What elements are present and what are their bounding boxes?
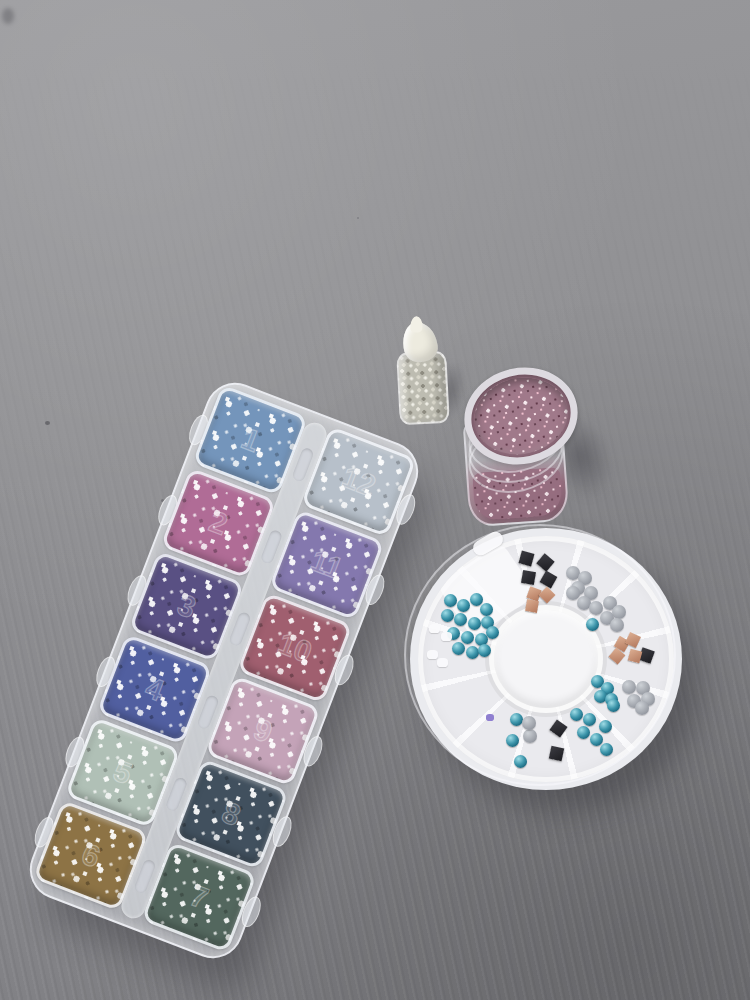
gem-gray bbox=[523, 729, 537, 743]
gem-teal bbox=[478, 644, 491, 657]
compartment-number: 7 bbox=[186, 880, 212, 914]
wheel-gems bbox=[418, 536, 674, 782]
dust-speck bbox=[357, 217, 359, 219]
gem-black bbox=[519, 551, 535, 567]
gem-teal bbox=[510, 713, 523, 726]
rhinestone-wheel bbox=[410, 528, 682, 790]
gem-rose bbox=[539, 587, 556, 604]
gem-teal bbox=[452, 642, 465, 655]
gem-gray bbox=[612, 605, 626, 619]
gem-teal bbox=[480, 603, 493, 616]
gem-teal bbox=[599, 720, 612, 733]
gem-white bbox=[427, 650, 438, 659]
gem-white bbox=[429, 624, 440, 633]
compartment-number: 3 bbox=[173, 589, 199, 623]
gem-teal bbox=[577, 726, 590, 739]
gem-teal bbox=[600, 743, 613, 756]
compartment-number: 12 bbox=[338, 462, 380, 502]
gem-teal bbox=[506, 734, 519, 747]
compartment-number: 4 bbox=[141, 672, 167, 706]
gem-gray bbox=[522, 716, 536, 730]
gem-teal bbox=[586, 618, 599, 631]
gem-white bbox=[437, 658, 448, 667]
gem-teal bbox=[514, 755, 527, 768]
gem-teal bbox=[583, 713, 596, 726]
gem-teal bbox=[457, 599, 470, 612]
gem-teal bbox=[444, 594, 457, 607]
gem-white bbox=[441, 632, 452, 641]
compartment-number: 5 bbox=[110, 755, 136, 789]
gem-black bbox=[536, 553, 554, 571]
gem-teal bbox=[454, 613, 467, 626]
compartment-number: 10 bbox=[274, 628, 316, 668]
gem-gray bbox=[610, 618, 624, 632]
gem-rose bbox=[525, 599, 539, 613]
gem-teal bbox=[607, 699, 620, 712]
glitter-surface bbox=[467, 369, 575, 463]
compartment-number: 2 bbox=[205, 506, 231, 540]
photo-scene: 112211310495867 bbox=[0, 0, 750, 1000]
gem-black bbox=[549, 746, 564, 761]
gem-purple bbox=[486, 714, 494, 721]
gem-teal bbox=[570, 708, 583, 721]
compartment-number: 11 bbox=[307, 545, 347, 584]
bottle-body bbox=[396, 351, 450, 426]
gem-gray bbox=[635, 701, 649, 715]
compartment-number: 6 bbox=[78, 839, 104, 873]
compartment-number: 8 bbox=[218, 797, 244, 831]
gem-teal bbox=[468, 617, 481, 630]
gem-rose bbox=[628, 649, 643, 664]
compartment-number: 1 bbox=[237, 423, 263, 457]
gem-black bbox=[540, 571, 558, 589]
gem-teal bbox=[486, 626, 499, 639]
gem-teal bbox=[441, 609, 454, 622]
dust-speck bbox=[45, 421, 50, 425]
compartment-number: 9 bbox=[250, 714, 276, 748]
gem-black bbox=[549, 719, 567, 737]
gem-black bbox=[521, 570, 536, 585]
gem-gray bbox=[622, 680, 636, 694]
gem-teal bbox=[466, 646, 479, 659]
dust-speck bbox=[2, 8, 14, 24]
bead-bottle bbox=[394, 320, 450, 424]
glitter-jar bbox=[458, 368, 570, 526]
gem-teal bbox=[461, 631, 474, 644]
rhinestone-box: 112211310495867 bbox=[21, 374, 427, 967]
